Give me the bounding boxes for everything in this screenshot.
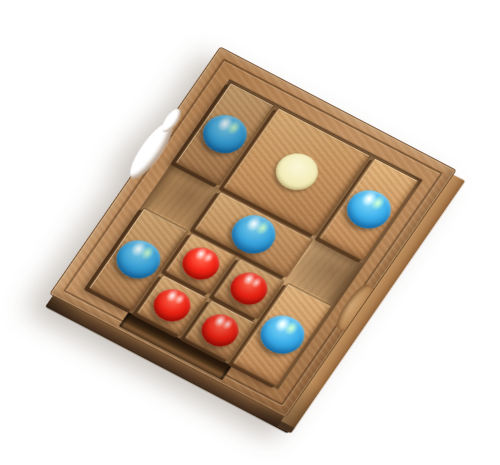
blue-dot <box>339 183 399 236</box>
red-dot <box>147 283 198 327</box>
white-dot <box>268 147 326 197</box>
perspective-wrapper <box>115 88 391 377</box>
red-dot <box>195 308 246 352</box>
puzzle-box <box>49 46 457 417</box>
product-photo-canvas <box>0 0 500 465</box>
blue-dot <box>252 308 312 361</box>
red-dot <box>175 242 226 286</box>
blue-dot <box>223 208 283 261</box>
red-dot <box>223 267 274 311</box>
tray-rim <box>49 46 457 417</box>
